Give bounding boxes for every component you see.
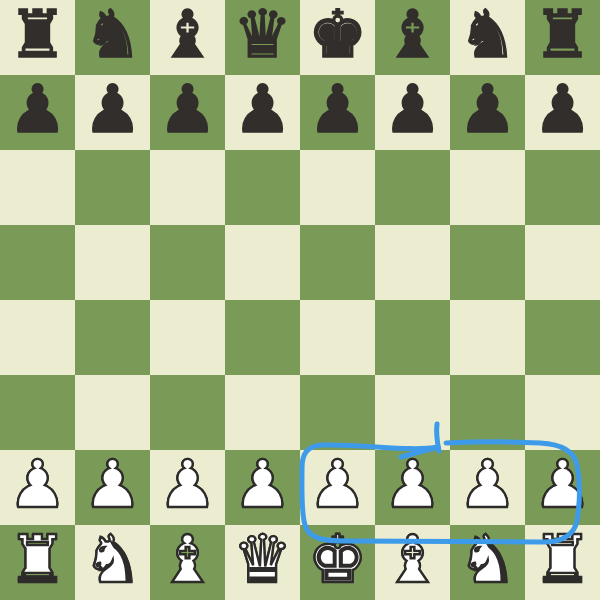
square-c3[interactable]: [150, 375, 225, 450]
square-b1[interactable]: ♞: [75, 525, 150, 600]
black-bishop[interactable]: ♝: [383, 0, 442, 72]
square-e4[interactable]: [300, 300, 375, 375]
square-f6[interactable]: [375, 150, 450, 225]
white-pawn[interactable]: ♟: [308, 447, 367, 522]
square-c1[interactable]: ♝: [150, 525, 225, 600]
white-pawn[interactable]: ♟: [158, 447, 217, 522]
black-pawn[interactable]: ♟: [83, 72, 142, 147]
black-pawn[interactable]: ♟: [383, 72, 442, 147]
square-e6[interactable]: [300, 150, 375, 225]
square-f5[interactable]: [375, 225, 450, 300]
square-c8[interactable]: ♝: [150, 0, 225, 75]
white-bishop[interactable]: ♝: [158, 522, 217, 597]
white-pawn[interactable]: ♟: [458, 447, 517, 522]
square-e7[interactable]: ♟: [300, 75, 375, 150]
square-d8[interactable]: ♛: [225, 0, 300, 75]
square-f2[interactable]: ♟: [375, 450, 450, 525]
square-d4[interactable]: [225, 300, 300, 375]
square-e8[interactable]: ♚: [300, 0, 375, 75]
square-b8[interactable]: ♞: [75, 0, 150, 75]
white-bishop[interactable]: ♝: [383, 522, 442, 597]
square-a4[interactable]: [0, 300, 75, 375]
square-h7[interactable]: ♟: [525, 75, 600, 150]
white-queen[interactable]: ♛: [233, 522, 292, 597]
black-bishop[interactable]: ♝: [158, 0, 217, 72]
square-a7[interactable]: ♟: [0, 75, 75, 150]
black-pawn[interactable]: ♟: [233, 72, 292, 147]
square-a5[interactable]: [0, 225, 75, 300]
square-a3[interactable]: [0, 375, 75, 450]
square-b7[interactable]: ♟: [75, 75, 150, 150]
square-g5[interactable]: [450, 225, 525, 300]
black-queen[interactable]: ♛: [233, 0, 292, 72]
square-a6[interactable]: [0, 150, 75, 225]
square-g7[interactable]: ♟: [450, 75, 525, 150]
square-b3[interactable]: [75, 375, 150, 450]
square-g2[interactable]: ♟: [450, 450, 525, 525]
square-c4[interactable]: [150, 300, 225, 375]
chess-board: ♜♞♝♛♚♝♞♜♟♟♟♟♟♟♟♟♟♟♟♟♟♟♟♟♜♞♝♛♚♝♞♜: [0, 0, 600, 600]
square-c6[interactable]: [150, 150, 225, 225]
white-rook[interactable]: ♜: [8, 522, 67, 597]
square-d7[interactable]: ♟: [225, 75, 300, 150]
square-h6[interactable]: [525, 150, 600, 225]
square-h4[interactable]: [525, 300, 600, 375]
square-g8[interactable]: ♞: [450, 0, 525, 75]
square-a1[interactable]: ♜: [0, 525, 75, 600]
white-rook[interactable]: ♜: [533, 522, 592, 597]
square-e1[interactable]: ♚: [300, 525, 375, 600]
black-rook[interactable]: ♜: [8, 0, 67, 72]
square-g6[interactable]: [450, 150, 525, 225]
square-e3[interactable]: [300, 375, 375, 450]
square-d2[interactable]: ♟: [225, 450, 300, 525]
square-f1[interactable]: ♝: [375, 525, 450, 600]
black-pawn[interactable]: ♟: [458, 72, 517, 147]
black-rook[interactable]: ♜: [533, 0, 592, 72]
square-b5[interactable]: [75, 225, 150, 300]
square-f4[interactable]: [375, 300, 450, 375]
square-h5[interactable]: [525, 225, 600, 300]
square-f7[interactable]: ♟: [375, 75, 450, 150]
square-g1[interactable]: ♞: [450, 525, 525, 600]
square-e5[interactable]: [300, 225, 375, 300]
black-king[interactable]: ♚: [308, 0, 367, 72]
square-c5[interactable]: [150, 225, 225, 300]
black-pawn[interactable]: ♟: [158, 72, 217, 147]
square-d1[interactable]: ♛: [225, 525, 300, 600]
chess-app: ♜♞♝♛♚♝♞♜♟♟♟♟♟♟♟♟♟♟♟♟♟♟♟♟♜♞♝♛♚♝♞♜: [0, 0, 600, 600]
white-king[interactable]: ♚: [308, 522, 367, 597]
square-h8[interactable]: ♜: [525, 0, 600, 75]
black-pawn[interactable]: ♟: [308, 72, 367, 147]
white-pawn[interactable]: ♟: [8, 447, 67, 522]
square-h3[interactable]: [525, 375, 600, 450]
square-a8[interactable]: ♜: [0, 0, 75, 75]
square-e2[interactable]: ♟: [300, 450, 375, 525]
black-knight[interactable]: ♞: [458, 0, 517, 72]
square-g4[interactable]: [450, 300, 525, 375]
white-pawn[interactable]: ♟: [233, 447, 292, 522]
square-h1[interactable]: ♜: [525, 525, 600, 600]
square-a2[interactable]: ♟: [0, 450, 75, 525]
square-h2[interactable]: ♟: [525, 450, 600, 525]
square-b6[interactable]: [75, 150, 150, 225]
white-knight[interactable]: ♞: [83, 522, 142, 597]
black-pawn[interactable]: ♟: [533, 72, 592, 147]
square-f8[interactable]: ♝: [375, 0, 450, 75]
white-pawn[interactable]: ♟: [83, 447, 142, 522]
square-d3[interactable]: [225, 375, 300, 450]
square-b4[interactable]: [75, 300, 150, 375]
square-b2[interactable]: ♟: [75, 450, 150, 525]
square-d5[interactable]: [225, 225, 300, 300]
square-c2[interactable]: ♟: [150, 450, 225, 525]
white-pawn[interactable]: ♟: [383, 447, 442, 522]
square-g3[interactable]: [450, 375, 525, 450]
white-pawn[interactable]: ♟: [533, 447, 592, 522]
square-d6[interactable]: [225, 150, 300, 225]
black-pawn[interactable]: ♟: [8, 72, 67, 147]
square-c7[interactable]: ♟: [150, 75, 225, 150]
square-f3[interactable]: [375, 375, 450, 450]
black-knight[interactable]: ♞: [83, 0, 142, 72]
white-knight[interactable]: ♞: [458, 522, 517, 597]
